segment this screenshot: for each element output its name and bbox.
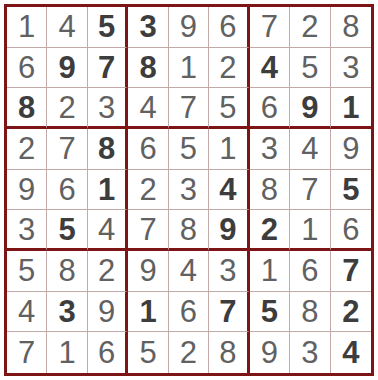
solved-digit: 7 (139, 214, 156, 245)
solved-digit: 3 (261, 133, 278, 164)
given-digit: 4 (219, 174, 236, 205)
cell-r6c8[interactable]: 1 (290, 210, 330, 251)
cell-r1c7[interactable]: 7 (250, 7, 290, 48)
solved-digit: 9 (261, 337, 278, 368)
solved-digit: 7 (180, 92, 197, 123)
cell-r2c3[interactable]: 7 (88, 48, 128, 89)
cell-r5c8[interactable]: 7 (290, 170, 330, 211)
cell-r8c9[interactable]: 2 (331, 292, 371, 333)
cell-r2c1[interactable]: 6 (7, 48, 47, 89)
solved-digit: 7 (301, 174, 318, 205)
cell-r7c3[interactable]: 2 (88, 251, 128, 292)
cell-r4c6[interactable]: 1 (209, 129, 249, 170)
solved-digit: 2 (301, 11, 318, 42)
cell-r9c2[interactable]: 1 (47, 332, 87, 373)
given-digit: 9 (219, 214, 236, 245)
given-digit: 3 (59, 296, 76, 327)
cell-r2c4[interactable]: 8 (128, 48, 168, 89)
cell-r8c1[interactable]: 4 (7, 292, 47, 333)
cell-r3c7[interactable]: 6 (250, 88, 290, 129)
cell-r5c7[interactable]: 8 (250, 170, 290, 211)
solved-digit: 6 (301, 255, 318, 286)
solved-digit: 3 (18, 214, 35, 245)
given-digit: 8 (139, 52, 156, 83)
cell-r6c9[interactable]: 6 (331, 210, 371, 251)
solved-digit: 6 (18, 52, 35, 83)
cell-r8c6[interactable]: 7 (209, 292, 249, 333)
given-digit: 4 (342, 337, 359, 368)
solved-digit: 4 (301, 133, 318, 164)
solved-digit: 2 (18, 133, 35, 164)
solved-digit: 4 (139, 92, 156, 123)
solved-digit: 3 (98, 92, 115, 123)
solved-digit: 5 (139, 337, 156, 368)
given-digit: 7 (342, 255, 359, 286)
cell-r7c4[interactable]: 9 (128, 251, 168, 292)
cell-r5c3[interactable]: 1 (88, 170, 128, 211)
cell-r6c1[interactable]: 3 (7, 210, 47, 251)
solved-digit: 1 (59, 337, 76, 368)
solved-digit: 3 (219, 255, 236, 286)
cell-r1c6[interactable]: 6 (209, 7, 249, 48)
cell-r5c9[interactable]: 5 (331, 170, 371, 211)
cell-r4c2[interactable]: 7 (47, 129, 87, 170)
cell-r8c3[interactable]: 9 (88, 292, 128, 333)
cell-r1c4[interactable]: 3 (128, 7, 168, 48)
cell-r2c9[interactable]: 3 (331, 48, 371, 89)
cell-r7c9[interactable]: 7 (331, 251, 371, 292)
solved-digit: 5 (219, 92, 236, 123)
cell-r8c4[interactable]: 1 (128, 292, 168, 333)
solved-digit: 6 (180, 296, 197, 327)
cell-r9c9[interactable]: 4 (331, 332, 371, 373)
sudoku-board: 1453967286978124538234756912786513499612… (4, 4, 374, 376)
solved-digit: 8 (180, 214, 197, 245)
solved-digit: 8 (301, 296, 318, 327)
given-digit: 1 (342, 92, 359, 123)
given-digit: 4 (261, 52, 278, 83)
given-digit: 7 (219, 296, 236, 327)
solved-digit: 6 (98, 337, 115, 368)
solved-digit: 9 (180, 11, 197, 42)
given-digit: 1 (98, 174, 115, 205)
solved-digit: 1 (261, 255, 278, 286)
cell-r2c6[interactable]: 2 (209, 48, 249, 89)
cell-r5c6[interactable]: 4 (209, 170, 249, 211)
cell-r5c2[interactable]: 6 (47, 170, 87, 211)
cell-r9c7[interactable]: 9 (250, 332, 290, 373)
cell-r9c5[interactable]: 2 (169, 332, 209, 373)
cell-r4c4[interactable]: 6 (128, 129, 168, 170)
solved-digit: 2 (59, 92, 76, 123)
cell-r4c5[interactable]: 5 (169, 129, 209, 170)
cell-r1c8[interactable]: 2 (290, 7, 330, 48)
cell-r8c5[interactable]: 6 (169, 292, 209, 333)
solved-digit: 7 (59, 133, 76, 164)
given-digit: 5 (98, 11, 115, 42)
cell-r1c3[interactable]: 5 (88, 7, 128, 48)
cell-r2c2[interactable]: 9 (47, 48, 87, 89)
cell-r7c7[interactable]: 1 (250, 251, 290, 292)
given-digit: 1 (139, 296, 156, 327)
given-digit: 5 (59, 214, 76, 245)
cell-r9c1[interactable]: 7 (7, 332, 47, 373)
given-digit: 7 (98, 52, 115, 83)
cell-r4c1[interactable]: 2 (7, 129, 47, 170)
cell-r6c5[interactable]: 8 (169, 210, 209, 251)
cell-r3c6[interactable]: 5 (209, 88, 249, 129)
solved-digit: 4 (180, 255, 197, 286)
solved-digit: 3 (180, 174, 197, 205)
solved-digit: 8 (219, 337, 236, 368)
solved-digit: 8 (342, 11, 359, 42)
solved-digit: 3 (342, 52, 359, 83)
cell-r4c3[interactable]: 8 (88, 129, 128, 170)
given-digit: 9 (301, 92, 318, 123)
cell-r8c8[interactable]: 8 (290, 292, 330, 333)
cell-r1c2[interactable]: 4 (47, 7, 87, 48)
cell-r2c7[interactable]: 4 (250, 48, 290, 89)
cell-r4c7[interactable]: 3 (250, 129, 290, 170)
cell-r1c1[interactable]: 1 (7, 7, 47, 48)
cell-r7c2[interactable]: 8 (47, 251, 87, 292)
solved-digit: 3 (301, 337, 318, 368)
cell-r3c2[interactable]: 2 (47, 88, 87, 129)
given-digit: 2 (261, 214, 278, 245)
cell-r5c5[interactable]: 3 (169, 170, 209, 211)
solved-digit: 9 (98, 296, 115, 327)
cell-r9c8[interactable]: 3 (290, 332, 330, 373)
cell-r6c4[interactable]: 7 (128, 210, 168, 251)
cell-r6c3[interactable]: 4 (88, 210, 128, 251)
cell-r3c8[interactable]: 9 (290, 88, 330, 129)
cell-r6c7[interactable]: 2 (250, 210, 290, 251)
given-digit: 3 (139, 11, 156, 42)
solved-digit: 1 (219, 133, 236, 164)
solved-digit: 6 (219, 11, 236, 42)
solved-digit: 4 (98, 214, 115, 245)
solved-digit: 2 (98, 255, 115, 286)
cell-r1c5[interactable]: 9 (169, 7, 209, 48)
cell-r3c5[interactable]: 7 (169, 88, 209, 129)
cell-r2c5[interactable]: 1 (169, 48, 209, 89)
solved-digit: 5 (18, 255, 35, 286)
cell-r4c8[interactable]: 4 (290, 129, 330, 170)
cell-r7c1[interactable]: 5 (7, 251, 47, 292)
cell-r9c4[interactable]: 5 (128, 332, 168, 373)
given-digit: 2 (342, 296, 359, 327)
solved-digit: 9 (342, 133, 359, 164)
solved-digit: 5 (301, 52, 318, 83)
solved-digit: 1 (301, 214, 318, 245)
solved-digit: 4 (59, 11, 76, 42)
solved-digit: 1 (180, 52, 197, 83)
cell-r4c9[interactable]: 9 (331, 129, 371, 170)
solved-digit: 2 (180, 337, 197, 368)
solved-digit: 7 (18, 337, 35, 368)
solved-digit: 2 (219, 52, 236, 83)
solved-digit: 4 (18, 296, 35, 327)
solved-digit: 2 (139, 174, 156, 205)
cell-r9c6[interactable]: 8 (209, 332, 249, 373)
given-digit: 9 (59, 52, 76, 83)
cell-r6c2[interactable]: 5 (47, 210, 87, 251)
solved-digit: 1 (18, 11, 35, 42)
given-digit: 8 (98, 133, 115, 164)
solved-digit: 8 (261, 174, 278, 205)
cell-r5c1[interactable]: 9 (7, 170, 47, 211)
cell-r7c8[interactable]: 6 (290, 251, 330, 292)
cell-r3c3[interactable]: 3 (88, 88, 128, 129)
solved-digit: 9 (18, 174, 35, 205)
solved-digit: 7 (261, 11, 278, 42)
cell-r3c1[interactable]: 8 (7, 88, 47, 129)
cell-r7c5[interactable]: 4 (169, 251, 209, 292)
cell-r3c4[interactable]: 4 (128, 88, 168, 129)
cell-r6c6[interactable]: 9 (209, 210, 249, 251)
cell-r7c6[interactable]: 3 (209, 251, 249, 292)
cell-r5c4[interactable]: 2 (128, 170, 168, 211)
cell-r9c3[interactable]: 6 (88, 332, 128, 373)
solved-digit: 5 (180, 133, 197, 164)
solved-digit: 9 (139, 255, 156, 286)
solved-digit: 6 (59, 174, 76, 205)
cell-r2c8[interactable]: 5 (290, 48, 330, 89)
given-digit: 5 (261, 296, 278, 327)
solved-digit: 6 (139, 133, 156, 164)
cell-r8c2[interactable]: 3 (47, 292, 87, 333)
given-digit: 5 (342, 174, 359, 205)
solved-digit: 8 (59, 255, 76, 286)
solved-digit: 6 (342, 214, 359, 245)
given-digit: 8 (18, 92, 35, 123)
cell-r1c9[interactable]: 8 (331, 7, 371, 48)
solved-digit: 6 (261, 92, 278, 123)
cell-r8c7[interactable]: 5 (250, 292, 290, 333)
cell-r3c9[interactable]: 1 (331, 88, 371, 129)
